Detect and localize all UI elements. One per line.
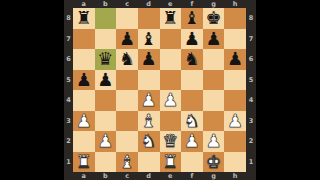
black-rook: ♜ bbox=[162, 9, 178, 27]
square-h4[interactable] bbox=[224, 90, 246, 111]
square-h1[interactable] bbox=[224, 152, 246, 173]
square-h2[interactable] bbox=[224, 131, 246, 152]
square-c8[interactable] bbox=[116, 8, 138, 29]
black-pawn: ♟ bbox=[76, 71, 92, 89]
square-e8[interactable]: ♜ bbox=[160, 8, 182, 29]
square-a6[interactable] bbox=[73, 49, 95, 70]
black-rook: ♜ bbox=[76, 9, 92, 27]
square-e7[interactable] bbox=[160, 29, 182, 50]
square-a3[interactable]: ♟ bbox=[73, 111, 95, 132]
square-b1[interactable] bbox=[95, 152, 117, 173]
square-h6[interactable]: ♟ bbox=[224, 49, 246, 70]
file-label-h: h bbox=[224, 0, 246, 8]
square-b4[interactable] bbox=[95, 90, 117, 111]
file-label-g: g bbox=[203, 172, 225, 180]
rank-label-1: 1 bbox=[64, 152, 73, 173]
square-e2[interactable]: ♛ bbox=[160, 131, 182, 152]
square-a7[interactable] bbox=[73, 29, 95, 50]
video-frame: abcdefgh 87654321 ♜♜♝♚♟♝♟♟♛♞♟♞♟♟♟♟♟♟♝♞♟♟… bbox=[0, 0, 320, 180]
square-a5[interactable]: ♟ bbox=[73, 70, 95, 91]
square-c6[interactable]: ♞ bbox=[116, 49, 138, 70]
square-d2[interactable]: ♞ bbox=[138, 131, 160, 152]
board-middle: 87654321 ♜♜♝♚♟♝♟♟♛♞♟♞♟♟♟♟♟♟♝♞♟♟♞♛♟♟♜♝♜♚ … bbox=[64, 8, 256, 172]
white-pawn: ♟ bbox=[184, 132, 200, 150]
rank-label-3: 3 bbox=[246, 111, 256, 132]
square-c4[interactable] bbox=[116, 90, 138, 111]
white-pawn: ♟ bbox=[141, 91, 157, 109]
square-c7[interactable]: ♟ bbox=[116, 29, 138, 50]
square-b2[interactable]: ♟ bbox=[95, 131, 117, 152]
white-knight: ♞ bbox=[141, 132, 157, 150]
white-rook: ♜ bbox=[162, 153, 178, 171]
file-label-f: f bbox=[181, 172, 203, 180]
black-king: ♚ bbox=[205, 9, 221, 27]
square-g1[interactable]: ♚ bbox=[203, 152, 225, 173]
black-knight: ♞ bbox=[184, 50, 200, 68]
black-pawn: ♟ bbox=[97, 71, 113, 89]
square-b7[interactable] bbox=[95, 29, 117, 50]
square-f6[interactable]: ♞ bbox=[181, 49, 203, 70]
white-pawn: ♟ bbox=[97, 132, 113, 150]
square-c5[interactable] bbox=[116, 70, 138, 91]
black-pawn: ♟ bbox=[205, 30, 221, 48]
square-c1[interactable]: ♝ bbox=[116, 152, 138, 173]
white-pawn: ♟ bbox=[205, 132, 221, 150]
file-labels-top: abcdefgh bbox=[64, 0, 256, 8]
black-knight: ♞ bbox=[119, 50, 135, 68]
file-label-c: c bbox=[116, 172, 138, 180]
file-label-b: b bbox=[95, 172, 117, 180]
rank-label-6: 6 bbox=[246, 49, 256, 70]
chess-board: ♜♜♝♚♟♝♟♟♛♞♟♞♟♟♟♟♟♟♝♞♟♟♞♛♟♟♜♝♜♚ bbox=[73, 8, 246, 172]
square-f5[interactable] bbox=[181, 70, 203, 91]
square-f7[interactable]: ♟ bbox=[181, 29, 203, 50]
chess-board-frame: abcdefgh 87654321 ♜♜♝♚♟♝♟♟♛♞♟♞♟♟♟♟♟♟♝♞♟♟… bbox=[64, 0, 256, 180]
black-pawn: ♟ bbox=[119, 30, 135, 48]
white-bishop: ♝ bbox=[119, 153, 135, 171]
rank-label-7: 7 bbox=[64, 29, 73, 50]
square-f4[interactable] bbox=[181, 90, 203, 111]
square-b5[interactable]: ♟ bbox=[95, 70, 117, 91]
square-g6[interactable] bbox=[203, 49, 225, 70]
square-b8[interactable] bbox=[95, 8, 117, 29]
square-h5[interactable] bbox=[224, 70, 246, 91]
white-bishop: ♝ bbox=[141, 112, 157, 130]
file-label-h: h bbox=[224, 172, 246, 180]
file-label-e: e bbox=[160, 172, 182, 180]
file-label-b: b bbox=[95, 0, 117, 8]
rank-label-4: 4 bbox=[246, 90, 256, 111]
square-h3[interactable]: ♟ bbox=[224, 111, 246, 132]
square-e3[interactable] bbox=[160, 111, 182, 132]
square-c3[interactable] bbox=[116, 111, 138, 132]
file-label-g: g bbox=[203, 0, 225, 8]
square-g7[interactable]: ♟ bbox=[203, 29, 225, 50]
black-pawn: ♟ bbox=[184, 30, 200, 48]
square-d1[interactable] bbox=[138, 152, 160, 173]
square-e1[interactable]: ♜ bbox=[160, 152, 182, 173]
square-d7[interactable]: ♝ bbox=[138, 29, 160, 50]
square-d3[interactable]: ♝ bbox=[138, 111, 160, 132]
rank-label-7: 7 bbox=[246, 29, 256, 50]
white-king: ♚ bbox=[205, 153, 221, 171]
square-h8[interactable] bbox=[224, 8, 246, 29]
rank-label-3: 3 bbox=[64, 111, 73, 132]
rank-label-2: 2 bbox=[64, 131, 73, 152]
file-label-e: e bbox=[160, 0, 182, 8]
rank-label-6: 6 bbox=[64, 49, 73, 70]
rank-label-5: 5 bbox=[246, 70, 256, 91]
black-bishop: ♝ bbox=[184, 9, 200, 27]
white-queen: ♛ bbox=[162, 132, 178, 150]
square-f8[interactable]: ♝ bbox=[181, 8, 203, 29]
white-knight: ♞ bbox=[184, 112, 200, 130]
rank-label-5: 5 bbox=[64, 70, 73, 91]
square-d4[interactable]: ♟ bbox=[138, 90, 160, 111]
square-d5[interactable] bbox=[138, 70, 160, 91]
file-label-d: d bbox=[138, 172, 160, 180]
square-b3[interactable] bbox=[95, 111, 117, 132]
file-label-c: c bbox=[116, 0, 138, 8]
square-g3[interactable] bbox=[203, 111, 225, 132]
rank-label-4: 4 bbox=[64, 90, 73, 111]
file-label-d: d bbox=[138, 0, 160, 8]
white-pawn: ♟ bbox=[227, 112, 243, 130]
file-label-a: a bbox=[73, 0, 95, 8]
rank-label-1: 1 bbox=[246, 152, 256, 173]
square-g2[interactable]: ♟ bbox=[203, 131, 225, 152]
square-a2[interactable] bbox=[73, 131, 95, 152]
rank-labels-left: 87654321 bbox=[64, 8, 73, 172]
rank-label-8: 8 bbox=[64, 8, 73, 29]
square-c2[interactable] bbox=[116, 131, 138, 152]
square-b6[interactable]: ♛ bbox=[95, 49, 117, 70]
file-label-f: f bbox=[181, 0, 203, 8]
square-a4[interactable] bbox=[73, 90, 95, 111]
rank-label-2: 2 bbox=[246, 131, 256, 152]
file-label-a: a bbox=[73, 172, 95, 180]
black-queen: ♛ bbox=[97, 50, 113, 68]
square-a8[interactable]: ♜ bbox=[73, 8, 95, 29]
rank-labels-right: 87654321 bbox=[246, 8, 256, 172]
square-g4[interactable] bbox=[203, 90, 225, 111]
square-e5[interactable] bbox=[160, 70, 182, 91]
black-pawn: ♟ bbox=[227, 50, 243, 68]
white-pawn: ♟ bbox=[76, 112, 92, 130]
square-e6[interactable] bbox=[160, 49, 182, 70]
white-pawn: ♟ bbox=[162, 91, 178, 109]
square-e4[interactable]: ♟ bbox=[160, 90, 182, 111]
black-pawn: ♟ bbox=[141, 50, 157, 68]
square-f2[interactable]: ♟ bbox=[181, 131, 203, 152]
file-labels-bottom: abcdefgh bbox=[64, 172, 256, 180]
black-bishop: ♝ bbox=[141, 30, 157, 48]
square-h7[interactable] bbox=[224, 29, 246, 50]
square-f3[interactable]: ♞ bbox=[181, 111, 203, 132]
square-f1[interactable] bbox=[181, 152, 203, 173]
white-rook: ♜ bbox=[76, 153, 92, 171]
square-d6[interactable]: ♟ bbox=[138, 49, 160, 70]
square-a1[interactable]: ♜ bbox=[73, 152, 95, 173]
square-g8[interactable]: ♚ bbox=[203, 8, 225, 29]
square-g5[interactable] bbox=[203, 70, 225, 91]
square-d8[interactable] bbox=[138, 8, 160, 29]
rank-label-8: 8 bbox=[246, 8, 256, 29]
